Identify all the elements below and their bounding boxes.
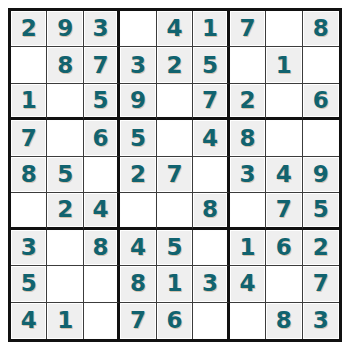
cell-r2c1[interactable] [11,47,47,83]
cell-r4c7: 8 [230,120,266,156]
cell-r8c9: 7 [303,266,339,302]
cell-r3c4: 9 [120,84,156,120]
cell-r6c5[interactable] [157,193,193,229]
cell-r6c7[interactable] [230,193,266,229]
cell-r5c7: 3 [230,157,266,193]
cell-r9c5: 6 [157,303,193,339]
cell-r7c2[interactable] [47,230,83,266]
cell-r9c6[interactable] [193,303,229,339]
cell-r1c7: 7 [230,11,266,47]
cell-r1c3: 3 [84,11,120,47]
cell-r9c9: 3 [303,303,339,339]
cell-r3c9: 6 [303,84,339,120]
cell-r2c5: 2 [157,47,193,83]
cell-r6c8: 7 [266,193,302,229]
cell-r4c3: 6 [84,120,120,156]
cell-r9c3[interactable] [84,303,120,339]
cell-r3c5[interactable] [157,84,193,120]
cell-r2c8: 1 [266,47,302,83]
cell-r5c5: 7 [157,157,193,193]
cell-r4c8[interactable] [266,120,302,156]
cell-r6c2: 2 [47,193,83,229]
cell-r1c8[interactable] [266,11,302,47]
cell-r3c7: 2 [230,84,266,120]
cell-r2c9[interactable] [303,47,339,83]
cell-r5c9: 9 [303,157,339,193]
cell-r7c4: 4 [120,230,156,266]
cell-r7c1: 3 [11,230,47,266]
cell-r8c1: 5 [11,266,47,302]
cell-r5c1: 8 [11,157,47,193]
cell-r8c4: 8 [120,266,156,302]
cell-r8c8[interactable] [266,266,302,302]
cell-r8c5: 1 [157,266,193,302]
cell-r9c2: 1 [47,303,83,339]
cell-r6c1[interactable] [11,193,47,229]
cell-r6c6: 8 [193,193,229,229]
cell-r5c6[interactable] [193,157,229,193]
cell-r2c4: 3 [120,47,156,83]
sudoku-board: 2934178873251159726765488527349248753845… [8,8,342,342]
cell-r8c3[interactable] [84,266,120,302]
cell-r2c6: 5 [193,47,229,83]
cell-r1c2: 9 [47,11,83,47]
cell-r5c8: 4 [266,157,302,193]
cell-r5c4: 2 [120,157,156,193]
cell-r6c4[interactable] [120,193,156,229]
cell-r4c1: 7 [11,120,47,156]
cell-r7c3: 8 [84,230,120,266]
cell-r4c9[interactable] [303,120,339,156]
cell-r9c7[interactable] [230,303,266,339]
cell-r3c1: 1 [11,84,47,120]
cell-r4c6: 4 [193,120,229,156]
cell-r3c8[interactable] [266,84,302,120]
cell-r3c6: 7 [193,84,229,120]
cell-r3c2[interactable] [47,84,83,120]
cell-r1c6: 1 [193,11,229,47]
cell-r6c3: 4 [84,193,120,229]
cell-r6c9: 5 [303,193,339,229]
cell-r7c7: 1 [230,230,266,266]
cell-r1c1: 2 [11,11,47,47]
cell-r1c5: 4 [157,11,193,47]
cell-r9c8: 8 [266,303,302,339]
cell-r5c2: 5 [47,157,83,193]
cell-r4c5[interactable] [157,120,193,156]
cell-r1c9: 8 [303,11,339,47]
cell-r9c4: 7 [120,303,156,339]
cell-r7c5: 5 [157,230,193,266]
cell-r8c7: 4 [230,266,266,302]
cell-r2c3: 7 [84,47,120,83]
cell-r8c6: 3 [193,266,229,302]
cell-r5c3[interactable] [84,157,120,193]
cell-r2c7[interactable] [230,47,266,83]
cell-r8c2[interactable] [47,266,83,302]
cell-r4c2[interactable] [47,120,83,156]
cell-r1c4[interactable] [120,11,156,47]
cell-r7c8: 6 [266,230,302,266]
cell-r9c1: 4 [11,303,47,339]
cell-r2c2: 8 [47,47,83,83]
cell-r7c6[interactable] [193,230,229,266]
cell-r7c9: 2 [303,230,339,266]
cell-r4c4: 5 [120,120,156,156]
cell-r3c3: 5 [84,84,120,120]
